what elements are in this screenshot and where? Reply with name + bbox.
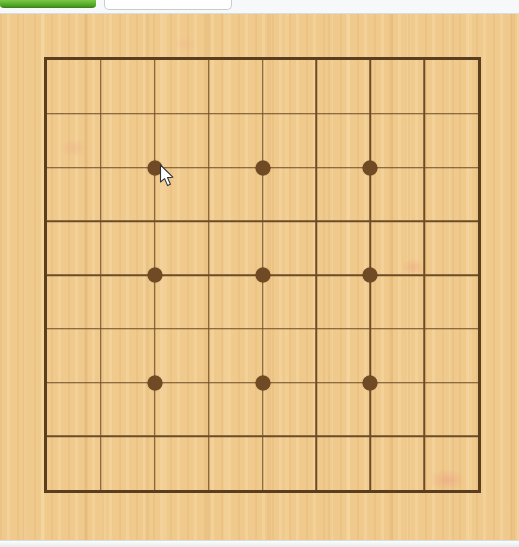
star-point-E3 bbox=[255, 375, 270, 390]
grid-line-vertical bbox=[423, 60, 425, 490]
star-point-G3 bbox=[363, 375, 378, 390]
green-toolbar-button[interactable] bbox=[0, 0, 96, 8]
star-point-G7 bbox=[363, 160, 378, 175]
star-point-G5 bbox=[363, 268, 378, 283]
grid-line-vertical bbox=[316, 60, 318, 490]
star-point-C5 bbox=[147, 268, 162, 283]
grid-line-horizontal bbox=[47, 328, 478, 330]
star-point-C7 bbox=[147, 160, 162, 175]
star-point-E7 bbox=[255, 160, 270, 175]
toolbar-field[interactable] bbox=[104, 0, 232, 10]
star-point-C3 bbox=[147, 375, 162, 390]
horizontal-scrollbar[interactable] bbox=[0, 540, 519, 547]
app-window bbox=[0, 0, 519, 547]
grid-line-horizontal bbox=[47, 436, 478, 438]
go-board[interactable] bbox=[44, 57, 481, 493]
browser-toolbar bbox=[0, 0, 519, 14]
goban-wood-background bbox=[0, 14, 519, 540]
star-point-E5 bbox=[255, 268, 270, 283]
